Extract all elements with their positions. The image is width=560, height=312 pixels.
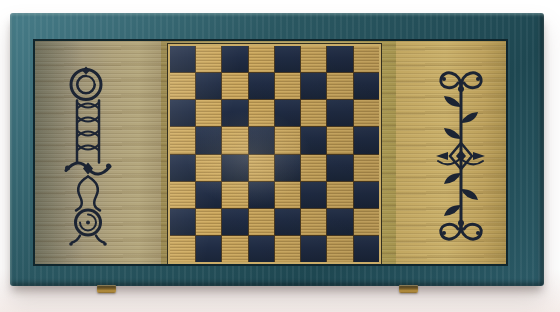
board-square — [275, 100, 300, 126]
board-square — [170, 209, 195, 235]
board-square — [249, 73, 274, 99]
board-square — [196, 100, 221, 126]
board-square — [222, 100, 247, 126]
board-square — [196, 155, 221, 181]
board-square — [301, 209, 326, 235]
board-square — [327, 46, 352, 72]
board-square — [275, 46, 300, 72]
board-square — [301, 100, 326, 126]
board-square — [354, 209, 379, 235]
board-square — [196, 127, 221, 153]
board-square — [327, 127, 352, 153]
board-square — [170, 46, 195, 72]
board-square — [249, 100, 274, 126]
board-square — [222, 73, 247, 99]
board-square — [249, 127, 274, 153]
board-square — [170, 155, 195, 181]
board-square — [275, 73, 300, 99]
board-square — [301, 73, 326, 99]
center-wood-panel — [161, 41, 396, 264]
board-square — [170, 127, 195, 153]
board-square — [249, 209, 274, 235]
board-square — [249, 236, 274, 262]
board-square — [301, 182, 326, 208]
board-square — [327, 100, 352, 126]
board-square — [275, 127, 300, 153]
board-square — [354, 182, 379, 208]
board-square — [327, 236, 352, 262]
board-square — [196, 46, 221, 72]
board-square — [275, 182, 300, 208]
board-square — [354, 73, 379, 99]
case-top-face — [33, 39, 508, 266]
board-square — [170, 73, 195, 99]
hinge-right — [399, 285, 418, 293]
right-wood-panel — [396, 41, 506, 264]
board-square — [354, 155, 379, 181]
board-square — [222, 209, 247, 235]
board-square — [354, 100, 379, 126]
wooden-case-frame — [10, 13, 544, 286]
board-square — [170, 236, 195, 262]
board-square — [354, 127, 379, 153]
board-square — [222, 236, 247, 262]
product-photo — [0, 0, 560, 312]
board-square — [249, 46, 274, 72]
board-square — [354, 46, 379, 72]
chessboard-border — [168, 44, 381, 264]
board-square — [301, 127, 326, 153]
board-square — [354, 236, 379, 262]
board-square — [196, 209, 221, 235]
board-square — [249, 182, 274, 208]
board-square — [301, 46, 326, 72]
board-square — [327, 209, 352, 235]
board-square — [327, 155, 352, 181]
board-square — [222, 155, 247, 181]
hinge-left — [97, 285, 116, 293]
celtic-knot-ornament-icon — [64, 64, 112, 247]
left-wood-panel — [35, 41, 161, 264]
board-square — [222, 127, 247, 153]
board-square — [275, 155, 300, 181]
board-square — [275, 236, 300, 262]
board-square — [170, 100, 195, 126]
board-square — [275, 209, 300, 235]
chessboard — [170, 46, 379, 262]
board-square — [301, 236, 326, 262]
floral-arabesque-ornament-icon — [434, 67, 487, 245]
board-square — [327, 73, 352, 99]
board-square — [196, 236, 221, 262]
board-square — [301, 155, 326, 181]
board-square — [196, 182, 221, 208]
board-square — [222, 46, 247, 72]
board-square — [327, 182, 352, 208]
board-square — [170, 182, 195, 208]
board-square — [249, 155, 274, 181]
board-square — [222, 182, 247, 208]
board-square — [196, 73, 221, 99]
